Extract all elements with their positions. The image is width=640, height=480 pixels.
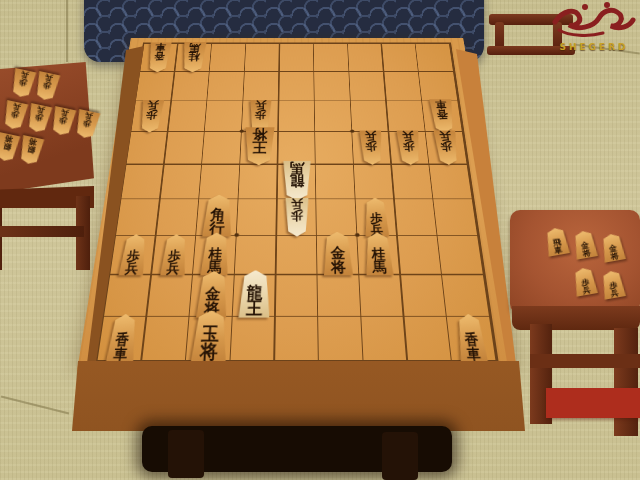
logo-calligraphy-icon — [549, 0, 639, 38]
game-logo: SHEGERD — [548, 0, 640, 56]
shogi-board[interactable]: 香車桂馬歩兵歩兵香車王将歩兵歩兵歩兵龍馬歩兵角行歩兵歩兵歩兵桂馬金将桂馬金将龍王… — [77, 38, 517, 371]
board-grid[interactable]: 香車桂馬歩兵歩兵香車王将歩兵歩兵歩兵龍馬歩兵角行歩兵歩兵歩兵桂馬金将桂馬金将龍王… — [95, 42, 498, 361]
star-point — [355, 233, 360, 237]
captured-歩兵[interactable]: 歩兵 — [572, 266, 598, 296]
piece-lance-1c[interactable]: 香車 — [429, 99, 456, 132]
gote-piece-stand[interactable]: 歩兵歩兵歩兵歩兵歩兵歩兵銀将銀将 — [0, 58, 98, 268]
gote-stand-rail — [0, 226, 84, 237]
piece-promoted-rook-6h[interactable]: 龍王 — [238, 270, 271, 318]
piece-knight-7g[interactable]: 桂馬 — [200, 233, 230, 276]
captured-歩兵[interactable]: 歩兵 — [73, 109, 100, 140]
logo-text: SHEGERD — [548, 42, 640, 52]
piece-pawn-3f[interactable]: 歩兵 — [363, 198, 389, 237]
star-point — [240, 130, 244, 133]
piece-lance-9a[interactable]: 香車 — [147, 43, 172, 73]
sente-stand-stretcher — [530, 354, 640, 368]
red-mat — [546, 388, 640, 418]
piece-promoted-bishop-5e[interactable]: 龍馬 — [283, 160, 312, 200]
piece-knight-3g[interactable]: 桂馬 — [364, 233, 394, 276]
piece-pawn-1d[interactable]: 歩兵 — [433, 131, 460, 165]
piece-pawn-5f[interactable]: 歩兵 — [285, 198, 309, 237]
sente-stand-leg — [614, 328, 638, 436]
captured-歩兵[interactable]: 歩兵 — [600, 269, 626, 299]
piece-king-6d[interactable]: 王将 — [244, 127, 275, 165]
star-point — [234, 233, 239, 237]
captured-金将[interactable]: 金将 — [600, 232, 626, 262]
piece-knight-8a[interactable]: 桂馬 — [181, 42, 207, 72]
board-leg — [382, 432, 418, 480]
piece-pawn-9g[interactable]: 歩兵 — [118, 234, 148, 275]
tatami-seam — [66, 0, 68, 62]
star-point — [350, 130, 354, 133]
captured-飛車[interactable]: 飛車 — [544, 226, 570, 256]
gote-stand-leg — [0, 208, 2, 270]
captured-金将[interactable]: 金将 — [572, 229, 598, 259]
board-leg — [168, 430, 204, 478]
piece-pawn-2d[interactable]: 歩兵 — [396, 131, 422, 165]
sente-stand-top — [510, 210, 640, 314]
piece-king-7i[interactable]: 玉将 — [190, 310, 228, 362]
piece-bishop-7f[interactable]: 角行 — [202, 195, 234, 237]
piece-lance-9i[interactable]: 香車 — [106, 314, 140, 362]
piece-gold-4g[interactable]: 金将 — [323, 232, 354, 276]
piece-pawn-3d[interactable]: 歩兵 — [359, 131, 384, 165]
piece-lance-1i[interactable]: 香車 — [455, 314, 489, 362]
piece-pawn-8g[interactable]: 歩兵 — [160, 234, 189, 275]
piece-pawn-9c[interactable]: 歩兵 — [139, 100, 165, 133]
shogi-scene: SHEGERD 香車桂馬歩兵歩兵香車王将歩兵歩兵歩兵龍馬歩兵角行歩兵歩兵歩兵桂馬… — [0, 0, 640, 480]
